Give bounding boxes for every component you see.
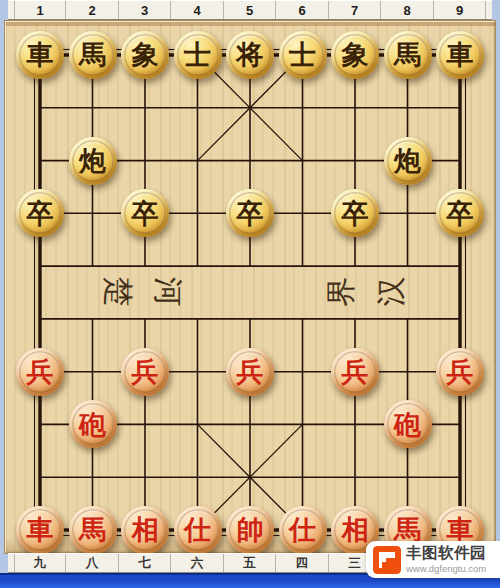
board-intersection-f6r1: 士: [276, 29, 329, 82]
board-intersection-f9r7: 兵: [434, 345, 487, 398]
file-label-top-5: 5: [224, 1, 277, 19]
top-coordinate-cells: 123456789: [14, 1, 487, 19]
piece-red-兵-f9r7[interactable]: 兵: [436, 348, 484, 396]
board-intersection-f5r10: 帥: [224, 503, 277, 556]
piece-red-兵-f3r7[interactable]: 兵: [121, 348, 169, 396]
board-intersection-f7r1: 象: [329, 29, 382, 82]
board-intersection-f7r4: 卒: [329, 187, 382, 240]
top-coordinate-strip: 123456789: [8, 0, 492, 20]
board-intersection-f1r10: 車: [14, 503, 67, 556]
board-intersection-f2r10: 馬: [66, 503, 119, 556]
file-label-top-9: 9: [434, 1, 487, 19]
piece-black-卒-f7r4[interactable]: 卒: [331, 189, 379, 237]
board-intersection-f9r1: 車: [434, 29, 487, 82]
piece-black-将-f5r1[interactable]: 将: [226, 31, 274, 79]
board-intersection-f9r4: 卒: [434, 187, 487, 240]
file-label-bottom-3: 七: [119, 554, 172, 572]
piece-red-砲-f8r8[interactable]: 砲: [384, 400, 432, 448]
piece-black-炮-f8r3[interactable]: 炮: [384, 137, 432, 185]
piece-red-兵-f1r7[interactable]: 兵: [16, 348, 64, 396]
file-label-bottom-2: 八: [66, 554, 119, 572]
board-intersection-f4r1: 士: [171, 29, 224, 82]
board-intersection-f2r1: 馬: [66, 29, 119, 82]
board-intersection-f1r4: 卒: [14, 187, 67, 240]
piece-black-車-f9r1[interactable]: 車: [436, 31, 484, 79]
board-intersection-f7r7: 兵: [329, 345, 382, 398]
piece-black-象-f7r1[interactable]: 象: [331, 31, 379, 79]
piece-black-卒-f9r4[interactable]: 卒: [436, 189, 484, 237]
watermark-title: 丰图软件园: [406, 546, 486, 562]
board-intersection-f5r4: 卒: [224, 187, 277, 240]
piece-red-兵-f7r7[interactable]: 兵: [331, 348, 379, 396]
piece-black-卒-f5r4[interactable]: 卒: [226, 189, 274, 237]
piece-black-馬-f8r1[interactable]: 馬: [384, 31, 432, 79]
pieces-grid: 車馬象士将士象馬車炮炮卒卒卒卒卒兵兵兵兵兵砲砲車馬相仕帥仕相馬車: [14, 29, 487, 557]
file-label-top-3: 3: [119, 1, 172, 19]
piece-black-炮-f2r3[interactable]: 炮: [69, 137, 117, 185]
watermark-url: www.dgfengtu.com: [406, 564, 486, 574]
file-label-bottom-4: 六: [171, 554, 224, 572]
file-label-top-4: 4: [171, 1, 224, 19]
board-intersection-f8r8: 砲: [381, 398, 434, 451]
watermark: 丰图软件园 www.dgfengtu.com: [366, 541, 500, 578]
xiangqi-app-window: 123456789: [0, 0, 500, 588]
piece-black-卒-f3r4[interactable]: 卒: [121, 189, 169, 237]
board-intersection-f1r1: 車: [14, 29, 67, 82]
file-label-top-7: 7: [329, 1, 382, 19]
piece-black-車-f1r1[interactable]: 車: [16, 31, 64, 79]
board-intersection-f3r1: 象: [119, 29, 172, 82]
file-label-bottom-1: 九: [14, 554, 67, 572]
board-intersection-f8r3: 炮: [381, 134, 434, 187]
piece-red-砲-f2r8[interactable]: 砲: [69, 400, 117, 448]
board-intersection-f5r7: 兵: [224, 345, 277, 398]
piece-red-仕-f4r10[interactable]: 仕: [174, 506, 222, 554]
file-label-top-2: 2: [66, 1, 119, 19]
piece-red-馬-f2r10[interactable]: 馬: [69, 506, 117, 554]
piece-black-士-f6r1[interactable]: 士: [279, 31, 327, 79]
board-intersection-f1r7: 兵: [14, 345, 67, 398]
board-intersection-f2r3: 炮: [66, 134, 119, 187]
piece-black-象-f3r1[interactable]: 象: [121, 31, 169, 79]
piece-black-馬-f2r1[interactable]: 馬: [69, 31, 117, 79]
piece-red-帥-f5r10[interactable]: 帥: [226, 506, 274, 554]
board-intersection-f3r4: 卒: [119, 187, 172, 240]
piece-red-相-f3r10[interactable]: 相: [121, 506, 169, 554]
piece-red-兵-f5r7[interactable]: 兵: [226, 348, 274, 396]
board-intersection-f6r10: 仕: [276, 503, 329, 556]
board-intersection-f3r10: 相: [119, 503, 172, 556]
piece-black-士-f4r1[interactable]: 士: [174, 31, 222, 79]
board-intersection-f5r1: 将: [224, 29, 277, 82]
fengtu-logo-icon: [373, 546, 401, 574]
piece-black-卒-f1r4[interactable]: 卒: [16, 189, 64, 237]
file-label-bottom-6: 四: [276, 554, 329, 572]
piece-red-車-f1r10[interactable]: 車: [16, 506, 64, 554]
board-intersection-f3r7: 兵: [119, 345, 172, 398]
board-intersection-f8r1: 馬: [381, 29, 434, 82]
file-label-top-8: 8: [381, 1, 434, 19]
board-intersection-f2r8: 砲: [66, 398, 119, 451]
board-intersection-f4r10: 仕: [171, 503, 224, 556]
file-label-bottom-5: 五: [224, 554, 277, 572]
file-label-top-1: 1: [14, 1, 67, 19]
file-label-top-6: 6: [276, 1, 329, 19]
piece-red-仕-f6r10[interactable]: 仕: [279, 506, 327, 554]
